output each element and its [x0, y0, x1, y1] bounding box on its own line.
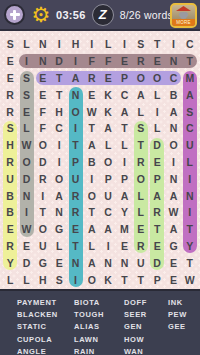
- word-list-column-2: BIOTATOUGHALIASLAWNRAIN: [74, 297, 124, 355]
- grid-cell-r8c9[interactable]: R: [133, 154, 149, 171]
- grid-cell-r10c2[interactable]: N: [18, 187, 34, 204]
- grid-cell-r1c1[interactable]: S: [2, 36, 18, 53]
- grid-cell-r13c12[interactable]: Y: [182, 238, 198, 255]
- grid-cell-r5c10[interactable]: I: [149, 103, 165, 120]
- word-list-column-4: INKPEWGEE: [168, 297, 200, 355]
- grid-cell-r3c5[interactable]: A: [67, 70, 83, 87]
- grid-cell-r3c4[interactable]: T: [51, 70, 67, 87]
- grid-cell-r9c10[interactable]: P: [149, 170, 165, 187]
- grid-cell-r5c2[interactable]: E: [18, 103, 34, 120]
- grid-cell-r11c12[interactable]: I: [182, 204, 198, 221]
- word-list-item-biota: BIOTA: [74, 297, 124, 309]
- grid-cell-r14c4[interactable]: E: [51, 254, 67, 271]
- word-list-item-blacken: BLACKEN: [17, 309, 74, 321]
- grid-cell-r2c7[interactable]: F: [100, 53, 116, 70]
- grid-cell-r10c8[interactable]: A: [116, 187, 132, 204]
- grid-cell-r15c9[interactable]: T: [133, 271, 149, 288]
- grid-cell-r6c11[interactable]: N: [165, 120, 181, 137]
- grid-cell-r13c1[interactable]: R: [2, 238, 18, 255]
- grid-cell-r3c10[interactable]: O: [149, 70, 165, 87]
- grid-cell-r9c9[interactable]: O: [133, 170, 149, 187]
- grid-cell-r14c12[interactable]: T: [182, 254, 198, 271]
- grid-cell-r8c12[interactable]: L: [182, 154, 198, 171]
- grid-cell-r4c1[interactable]: R: [2, 86, 18, 103]
- word-list-item-angle: ANGLE: [17, 346, 74, 355]
- grid-cell-r8c10[interactable]: E: [149, 154, 165, 171]
- grid-cell-r2c5[interactable]: I: [67, 53, 83, 70]
- grid-cell-r3c3[interactable]: E: [35, 70, 51, 87]
- grid-cell-r11c11[interactable]: W: [165, 204, 181, 221]
- word-list-item-pew: PEW: [168, 309, 200, 321]
- grid-cell-r9c6[interactable]: I: [84, 170, 100, 187]
- grid-cell-r4c9[interactable]: A: [133, 86, 149, 103]
- grid-cell-r8c6[interactable]: B: [84, 154, 100, 171]
- grid-cell-r12c2[interactable]: W: [18, 221, 34, 238]
- grid-cell-r5c6[interactable]: W: [84, 103, 100, 120]
- grid-cell-r6c8[interactable]: T: [116, 120, 132, 137]
- grid-cell-r2c8[interactable]: E: [116, 53, 132, 70]
- grid-cell-r2c6[interactable]: F: [84, 53, 100, 70]
- grid-cell-r8c5[interactable]: P: [67, 154, 83, 171]
- grid-cell-r13c2[interactable]: E: [18, 238, 34, 255]
- word-list-item-ink: INK: [168, 297, 200, 309]
- word-list-item-doff: DOFF: [124, 297, 168, 309]
- grid-cell-r4c12[interactable]: A: [182, 86, 198, 103]
- more-apps-button[interactable]: MORE APP: [170, 3, 197, 28]
- grid-cell-r1c5[interactable]: H: [67, 36, 83, 53]
- grid-cell-r12c9[interactable]: E: [133, 221, 149, 238]
- grid-cell-r14c5[interactable]: N: [67, 254, 83, 271]
- grid-cell-r3c7[interactable]: E: [100, 70, 116, 87]
- grid-cell-r12c10[interactable]: T: [149, 221, 165, 238]
- grid-cell-r10c1[interactable]: B: [2, 187, 18, 204]
- grid-cell-r11c10[interactable]: R: [149, 204, 165, 221]
- grid-cell-r7c11[interactable]: O: [165, 137, 181, 154]
- grid-cell-r9c12[interactable]: I: [182, 170, 198, 187]
- grid-cell-r10c7[interactable]: U: [100, 187, 116, 204]
- grid-cell-r9c11[interactable]: N: [165, 170, 181, 187]
- grid-cell-r4c6[interactable]: E: [84, 86, 100, 103]
- grid-cell-r7c4[interactable]: I: [51, 137, 67, 154]
- grid-cell-r12c3[interactable]: O: [35, 221, 51, 238]
- grid-cell-r7c5[interactable]: T: [67, 137, 83, 154]
- grid-cell-r4c2[interactable]: S: [18, 86, 34, 103]
- word-list-item-alias: ALIAS: [74, 321, 124, 333]
- grid-cell-r3c1[interactable]: E: [2, 70, 18, 87]
- grid-cell-r7c2[interactable]: W: [18, 137, 34, 154]
- grid-cell-r12c4[interactable]: G: [51, 221, 67, 238]
- grid-cell-r1c3[interactable]: N: [35, 36, 51, 53]
- grid-cell-r15c10[interactable]: P: [149, 271, 165, 288]
- grid-cell-r13c7[interactable]: I: [100, 238, 116, 255]
- add-button[interactable]: [4, 4, 25, 25]
- grid-cell-r5c3[interactable]: F: [35, 103, 51, 120]
- roof-icon: [176, 6, 191, 11]
- grid-cell-r10c10[interactable]: A: [149, 187, 165, 204]
- word-list-item-rain: RAIN: [74, 346, 124, 355]
- grid-cell-r2c4[interactable]: D: [51, 53, 67, 70]
- grid-cell-r2c2[interactable]: I: [18, 53, 34, 70]
- grid-cell-r1c10[interactable]: T: [149, 36, 165, 53]
- grid-cell-r12c1[interactable]: E: [2, 221, 18, 238]
- grid-cell-r10c9[interactable]: L: [133, 187, 149, 204]
- grid-cell-r13c5[interactable]: T: [67, 238, 83, 255]
- more-apps-label: MORE APP: [172, 19, 195, 26]
- grid-cell-r11c9[interactable]: L: [133, 204, 149, 221]
- grid-cell-r4c3[interactable]: E: [35, 86, 51, 103]
- grid-cell-r13c9[interactable]: R: [133, 238, 149, 255]
- grid-cell-r15c2[interactable]: L: [18, 271, 34, 288]
- grid-cell-r7c8[interactable]: L: [116, 137, 132, 154]
- grid-cell-r10c4[interactable]: A: [51, 187, 67, 204]
- grid-cell-r11c3[interactable]: T: [35, 204, 51, 221]
- grid-cell-r13c8[interactable]: E: [116, 238, 132, 255]
- grid-cell-r3c6[interactable]: R: [84, 70, 100, 87]
- grid-cell-r2c9[interactable]: R: [133, 53, 149, 70]
- grid-cell-r14c6[interactable]: A: [84, 254, 100, 271]
- grid-cell-r1c9[interactable]: S: [133, 36, 149, 53]
- grid-cell-r5c7[interactable]: K: [100, 103, 116, 120]
- grid-cell-r13c6[interactable]: L: [84, 238, 100, 255]
- word-list-column-1: PAYMENTBLACKENSTATICCUPOLAANGLE: [17, 297, 74, 355]
- word-list-item-cupola: CUPOLA: [17, 334, 74, 346]
- grid-cell-r5c4[interactable]: H: [51, 103, 67, 120]
- grid-cell-r1c2[interactable]: L: [18, 36, 34, 53]
- grid-cell-r2c12[interactable]: T: [182, 53, 198, 70]
- grid-cell-r5c12[interactable]: S: [182, 103, 198, 120]
- grid-cell-r7c6[interactable]: A: [84, 137, 100, 154]
- grid-cell-r7c3[interactable]: O: [35, 137, 51, 154]
- grid-cell-r11c8[interactable]: Y: [116, 204, 132, 221]
- grid-cell-r10c6[interactable]: O: [84, 187, 100, 204]
- word-list-item-lawn: LAWN: [74, 334, 124, 346]
- timer: 03:56: [56, 9, 86, 21]
- word-list-item-gee: GEE: [168, 321, 200, 333]
- grid-cell-r15c6[interactable]: O: [84, 271, 100, 288]
- grid-cell-r14c7[interactable]: N: [100, 254, 116, 271]
- top-bar: ⚙ 03:56 Z 8/26 words MORE APP: [0, 0, 200, 31]
- grid-cell-r15c4[interactable]: S: [51, 271, 67, 288]
- grid-cell-r15c5[interactable]: I: [67, 271, 83, 288]
- grid-cell-r2c3[interactable]: N: [35, 53, 51, 70]
- grid-cell-r1c7[interactable]: L: [100, 36, 116, 53]
- grid-cell-r14c1[interactable]: Y: [2, 254, 18, 271]
- grid-cell-r8c11[interactable]: I: [165, 154, 181, 171]
- grid-cell-r12c7[interactable]: A: [100, 221, 116, 238]
- word-list-item-tough: TOUGH: [74, 309, 124, 321]
- grid-cell-r8c8[interactable]: I: [116, 154, 132, 171]
- grid-cell-r1c6[interactable]: I: [84, 36, 100, 53]
- grid-cell-r3c12[interactable]: M: [182, 70, 198, 87]
- grid-cell-r5c5[interactable]: O: [67, 103, 83, 120]
- grid-cell-r6c4[interactable]: C: [51, 120, 67, 137]
- word-list-item-seer: SEER: [124, 309, 168, 321]
- grid-cell-r11c1[interactable]: B: [2, 204, 18, 221]
- grid-cell-r15c1[interactable]: L: [2, 271, 18, 288]
- grid-cell-r4c5[interactable]: N: [67, 86, 83, 103]
- grid-cell-r15c3[interactable]: H: [35, 271, 51, 288]
- grid-cell-r12c6[interactable]: A: [84, 221, 100, 238]
- grid-cell-r11c2[interactable]: I: [18, 204, 34, 221]
- puzzle-board: SLNIHILISTICEINDIFFERENTESETAREPOOCMRSET…: [0, 31, 200, 289]
- grid-cell-r1c4[interactable]: I: [51, 36, 67, 53]
- app-logo-z: Z: [92, 4, 114, 26]
- grid-cell-r1c11[interactable]: I: [165, 36, 181, 53]
- grid-cell-r7c12[interactable]: U: [182, 137, 198, 154]
- grid-cell-r10c3[interactable]: I: [35, 187, 51, 204]
- word-list-panel: PAYMENTBLACKENSTATICCUPOLAANGLEBIOTATOUG…: [0, 289, 200, 355]
- grid-cell-r11c6[interactable]: T: [84, 204, 100, 221]
- grid-cell-r6c9[interactable]: S: [133, 120, 149, 137]
- grid-cell-r3c11[interactable]: C: [165, 70, 181, 87]
- grid-cell-r14c9[interactable]: U: [133, 254, 149, 271]
- word-list-item-payment: PAYMENT: [17, 297, 74, 309]
- grid-cell-r11c7[interactable]: C: [100, 204, 116, 221]
- grid-cell-r9c3[interactable]: R: [35, 170, 51, 187]
- word-list-item-gen: GEN: [124, 321, 168, 333]
- grid-cell-r13c4[interactable]: L: [51, 238, 67, 255]
- grid-cell-r9c1[interactable]: U: [2, 170, 18, 187]
- grid-cell-r4c8[interactable]: C: [116, 86, 132, 103]
- grid-cell-r9c8[interactable]: P: [116, 170, 132, 187]
- word-list-item-how: HOW: [124, 334, 168, 346]
- grid-cell-r13c3[interactable]: U: [35, 238, 51, 255]
- grid-cell-r12c11[interactable]: A: [165, 221, 181, 238]
- grid-cell-r1c8[interactable]: I: [116, 36, 132, 53]
- grid-cell-r4c11[interactable]: B: [165, 86, 181, 103]
- grid-cell-r8c1[interactable]: R: [2, 154, 18, 171]
- settings-gear-icon[interactable]: ⚙: [30, 3, 52, 27]
- grid-cell-r13c11[interactable]: G: [165, 238, 181, 255]
- grid-cell-r5c9[interactable]: L: [133, 103, 149, 120]
- grid-cell-r14c11[interactable]: E: [165, 254, 181, 271]
- grid-cell-r11c5[interactable]: R: [67, 204, 83, 221]
- grid-cell-r6c10[interactable]: L: [149, 120, 165, 137]
- grid-cell-r8c2[interactable]: O: [18, 154, 34, 171]
- grid-cell-r12c5[interactable]: E: [67, 221, 83, 238]
- word-list-item-wan: WAN: [124, 346, 168, 355]
- grid-cell-r8c4[interactable]: I: [51, 154, 67, 171]
- grid-cell-r15c8[interactable]: T: [116, 271, 132, 288]
- grid-cell-r6c7[interactable]: A: [100, 120, 116, 137]
- grid-cell-r10c5[interactable]: R: [67, 187, 83, 204]
- grid-cell-r4c4[interactable]: T: [51, 86, 67, 103]
- grid-cell-r14c10[interactable]: D: [149, 254, 165, 271]
- grid-cell-r11c4[interactable]: N: [51, 204, 67, 221]
- grid-cell-r6c12[interactable]: C: [182, 120, 198, 137]
- grid-cell-r14c2[interactable]: D: [18, 254, 34, 271]
- grid-cell-r6c3[interactable]: F: [35, 120, 51, 137]
- words-progress: 8/26 words: [120, 9, 173, 21]
- grid-cell-r10c12[interactable]: N: [182, 187, 198, 204]
- grid-cell-r5c1[interactable]: R: [2, 103, 18, 120]
- grid-cell-r9c5[interactable]: U: [67, 170, 83, 187]
- grid-cell-r9c4[interactable]: O: [51, 170, 67, 187]
- word-list-item-static: STATIC: [17, 321, 74, 333]
- grid-cell-r5c8[interactable]: A: [116, 103, 132, 120]
- grid-cell-r6c5[interactable]: I: [67, 120, 83, 137]
- grid-cell-r14c8[interactable]: N: [116, 254, 132, 271]
- grid-cell-r8c3[interactable]: D: [35, 154, 51, 171]
- grid-cell-r2c10[interactable]: E: [149, 53, 165, 70]
- grid-cell-r6c1[interactable]: S: [2, 120, 18, 137]
- grid-cell-r15c11[interactable]: E: [165, 271, 181, 288]
- grid-cell-r7c7[interactable]: L: [100, 137, 116, 154]
- grid-cell-r14c3[interactable]: G: [35, 254, 51, 271]
- grid-cell-r9c7[interactable]: P: [100, 170, 116, 187]
- letter-grid: SLNIHILISTICEINDIFFERENTESETAREPOOCMRSET…: [2, 36, 198, 288]
- grid-cell-r3c8[interactable]: P: [116, 70, 132, 87]
- grid-cell-r1c12[interactable]: C: [182, 36, 198, 53]
- grid-cell-r15c12[interactable]: W: [182, 271, 198, 288]
- grid-cell-r4c7[interactable]: K: [100, 86, 116, 103]
- grid-cell-r6c6[interactable]: T: [84, 120, 100, 137]
- grid-cell-r6c2[interactable]: L: [18, 120, 34, 137]
- grid-cell-r12c8[interactable]: M: [116, 221, 132, 238]
- grid-cell-r15c7[interactable]: K: [100, 271, 116, 288]
- grid-cell-r12c12[interactable]: T: [182, 221, 198, 238]
- grid-cell-r4c10[interactable]: L: [149, 86, 165, 103]
- koala-icon: [180, 12, 187, 19]
- grid-cell-r2c11[interactable]: N: [165, 53, 181, 70]
- grid-cell-r3c2[interactable]: S: [18, 70, 34, 87]
- grid-cell-r3c9[interactable]: O: [133, 70, 149, 87]
- grid-cell-r7c1[interactable]: H: [2, 137, 18, 154]
- grid-cell-r2c1[interactable]: E: [2, 53, 18, 70]
- word-list-column-3: DOFFSEERGENHOWWAN: [124, 297, 168, 355]
- grid-cell-r8c7[interactable]: O: [100, 154, 116, 171]
- grid-cell-r7c9[interactable]: T: [133, 137, 149, 154]
- grid-cell-r10c11[interactable]: A: [165, 187, 181, 204]
- grid-cell-r5c11[interactable]: A: [165, 103, 181, 120]
- grid-cell-r13c10[interactable]: E: [149, 238, 165, 255]
- grid-cell-r9c2[interactable]: D: [18, 170, 34, 187]
- grid-cell-r7c10[interactable]: D: [149, 137, 165, 154]
